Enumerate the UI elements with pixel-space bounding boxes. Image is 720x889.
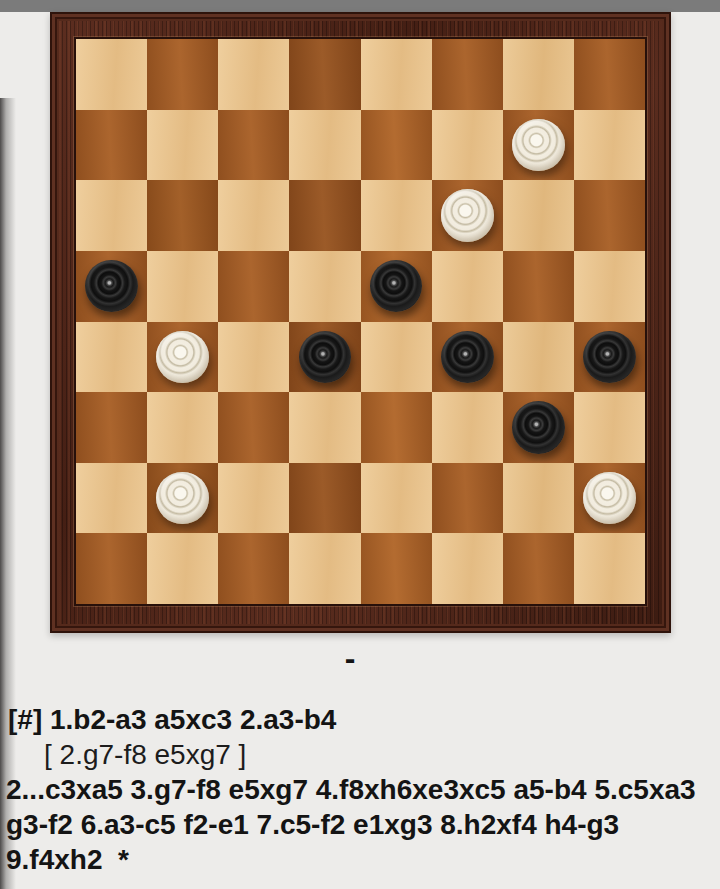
square-c1[interactable] (218, 533, 289, 604)
square-f6[interactable] (432, 180, 503, 251)
square-e7[interactable] (361, 110, 432, 181)
move-list: [#] 1.b2-a3 a5xc3 2.a3-b4 [ 2.g7-f8 e5xg… (0, 702, 720, 877)
square-f7[interactable] (432, 110, 503, 181)
square-h7[interactable] (574, 110, 645, 181)
black-checker-f4[interactable] (441, 331, 494, 383)
white-checker-b2[interactable] (156, 472, 209, 524)
square-b8[interactable] (147, 39, 218, 110)
square-h5[interactable] (574, 251, 645, 322)
square-f5[interactable] (432, 251, 503, 322)
move-line-main[interactable]: [#] 1.b2-a3 a5xc3 2.a3-b4 (0, 702, 720, 737)
square-a3[interactable] (76, 392, 147, 463)
square-c5[interactable] (218, 251, 289, 322)
white-checker-b4[interactable] (156, 331, 209, 383)
square-c8[interactable] (218, 39, 289, 110)
move-line-2[interactable]: 2...c3xa5 3.g7-f8 e5xg7 4.f8xh6xe3xc5 a5… (0, 772, 720, 807)
move-line-variation[interactable]: [ 2.g7-f8 e5xg7 ] (0, 737, 720, 772)
square-b7[interactable] (147, 110, 218, 181)
square-h6[interactable] (574, 180, 645, 251)
square-b5[interactable] (147, 251, 218, 322)
square-e8[interactable] (361, 39, 432, 110)
square-a7[interactable] (76, 110, 147, 181)
square-e5[interactable] (361, 251, 432, 322)
black-checker-a5[interactable] (85, 260, 138, 312)
black-checker-h4[interactable] (583, 331, 636, 383)
black-checker-g3[interactable] (512, 401, 565, 453)
square-b1[interactable] (147, 533, 218, 604)
square-h4[interactable] (574, 322, 645, 393)
square-h3[interactable] (574, 392, 645, 463)
square-g7[interactable] (503, 110, 574, 181)
white-checker-g7[interactable] (512, 119, 565, 171)
square-d3[interactable] (289, 392, 360, 463)
square-g1[interactable] (503, 533, 574, 604)
square-a5[interactable] (76, 251, 147, 322)
white-checker-f6[interactable] (441, 189, 494, 241)
square-a8[interactable] (76, 39, 147, 110)
square-g3[interactable] (503, 392, 574, 463)
move-line-3[interactable]: g3-f2 6.a3-c5 f2-e1 7.c5-f2 e1xg3 8.h2xf… (0, 807, 720, 842)
square-e3[interactable] (361, 392, 432, 463)
square-b2[interactable] (147, 463, 218, 534)
square-a6[interactable] (76, 180, 147, 251)
square-h1[interactable] (574, 533, 645, 604)
square-f4[interactable] (432, 322, 503, 393)
square-f3[interactable] (432, 392, 503, 463)
square-g5[interactable] (503, 251, 574, 322)
square-g2[interactable] (503, 463, 574, 534)
square-d6[interactable] (289, 180, 360, 251)
checkers-board[interactable] (76, 39, 645, 604)
square-e1[interactable] (361, 533, 432, 604)
board-frame (50, 12, 671, 633)
square-b6[interactable] (147, 180, 218, 251)
square-h8[interactable] (574, 39, 645, 110)
square-a2[interactable] (76, 463, 147, 534)
square-d1[interactable] (289, 533, 360, 604)
square-b4[interactable] (147, 322, 218, 393)
white-checker-h2[interactable] (583, 472, 636, 524)
square-d2[interactable] (289, 463, 360, 534)
black-checker-e5[interactable] (370, 260, 423, 312)
square-a4[interactable] (76, 322, 147, 393)
result-separator: - (0, 640, 700, 676)
square-g4[interactable] (503, 322, 574, 393)
square-d5[interactable] (289, 251, 360, 322)
square-g8[interactable] (503, 39, 574, 110)
square-c6[interactable] (218, 180, 289, 251)
status-bar (0, 0, 720, 12)
move-line-4[interactable]: 9.f4xh2 * (0, 842, 720, 877)
square-d7[interactable] (289, 110, 360, 181)
black-checker-d4[interactable] (299, 331, 352, 383)
square-c7[interactable] (218, 110, 289, 181)
square-f1[interactable] (432, 533, 503, 604)
square-b3[interactable] (147, 392, 218, 463)
square-d8[interactable] (289, 39, 360, 110)
square-f8[interactable] (432, 39, 503, 110)
square-g6[interactable] (503, 180, 574, 251)
square-e2[interactable] (361, 463, 432, 534)
square-c4[interactable] (218, 322, 289, 393)
square-f2[interactable] (432, 463, 503, 534)
square-h2[interactable] (574, 463, 645, 534)
square-e4[interactable] (361, 322, 432, 393)
square-d4[interactable] (289, 322, 360, 393)
square-a1[interactable] (76, 533, 147, 604)
square-c3[interactable] (218, 392, 289, 463)
square-e6[interactable] (361, 180, 432, 251)
square-c2[interactable] (218, 463, 289, 534)
